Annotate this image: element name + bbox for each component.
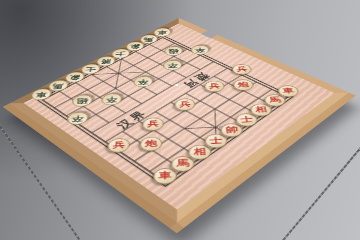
piece-black-elephant[interactable]: 象 [64,71,85,82]
piece-red-soldier[interactable]: 兵 [204,80,225,92]
piece-black-chariot[interactable]: 車 [154,28,172,37]
xiangqi-board[interactable]: 汉界 楚河 車馬象士將士象馬車砲砲卒卒卒卒卒兵兵兵兵兵炮炮車馬相士帥士相馬車 [10,18,349,223]
piece-red-soldier[interactable]: 兵 [107,138,130,153]
piece-black-soldier[interactable]: 卒 [101,93,122,106]
piece-glyph: 車 [278,86,299,97]
piece-glyph: 炮 [233,80,253,91]
pieces-layer: 車馬象士將士象馬車砲砲卒卒卒卒卒兵兵兵兵兵炮炮車馬相士帥士相馬車 [24,23,335,209]
piece-red-cannon[interactable]: 炮 [140,136,163,151]
piece-black-cannon[interactable]: 砲 [164,46,183,56]
piece-black-soldier[interactable]: 卒 [66,112,89,126]
piece-glyph: 兵 [108,138,129,152]
piece-red-soldier[interactable]: 兵 [142,117,164,131]
piece-red-chariot[interactable]: 車 [277,85,301,98]
piece-glyph: 卒 [164,60,181,70]
piece-red-cannon[interactable]: 炮 [232,79,254,91]
piece-glyph: 車 [155,28,171,36]
tile-grout-line-right [279,145,360,240]
piece-glyph: 卒 [67,112,88,124]
piece-glyph: 兵 [175,99,194,111]
piece-black-cannon[interactable]: 砲 [71,94,93,107]
piece-red-soldier[interactable]: 兵 [174,98,195,111]
photo-scene: 汉界 楚河 車馬象士將士象馬車砲砲卒卒卒卒卒兵兵兵兵兵炮炮車馬相士帥士相馬車 [0,0,360,240]
piece-glyph: 車 [31,89,51,100]
piece-glyph: 砲 [72,95,92,106]
piece-glyph: 兵 [232,64,251,74]
piece-glyph: 卒 [134,76,152,87]
piece-glyph: 炮 [141,137,161,151]
piece-red-soldier[interactable]: 兵 [231,64,252,75]
piece-glyph: 砲 [165,46,182,55]
piece-glyph: 兵 [205,81,224,92]
piece-glyph: 兵 [143,118,163,131]
piece-glyph: 卒 [191,45,208,54]
piece-black-soldier[interactable]: 卒 [190,45,209,55]
piece-black-soldier[interactable]: 卒 [163,60,182,71]
piece-glyph: 卒 [102,94,121,105]
piece-black-soldier[interactable]: 卒 [133,76,153,88]
